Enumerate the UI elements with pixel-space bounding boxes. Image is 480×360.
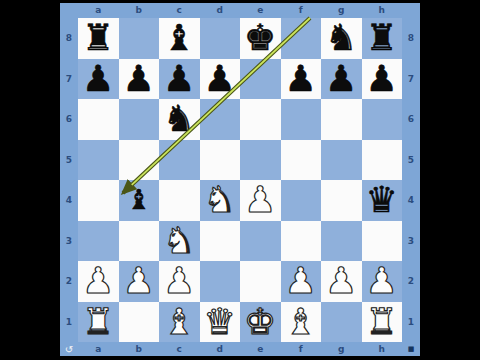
black-pawn[interactable]: ♟	[204, 59, 236, 99]
file-label-g: g	[321, 342, 362, 356]
rank-label-3: 3	[60, 221, 78, 262]
file-label-f: f	[281, 3, 322, 18]
square-c4[interactable]	[159, 180, 200, 221]
file-label-a: a	[78, 342, 119, 356]
rank-label-5: 5	[402, 140, 420, 181]
square-h1[interactable]: ♜	[362, 302, 403, 343]
rank-label-2: 2	[60, 261, 78, 302]
black-knight[interactable]: ♞	[325, 18, 357, 58]
square-h4[interactable]: ♛	[362, 180, 403, 221]
square-d7[interactable]: ♟	[200, 59, 241, 100]
white-pawn[interactable]: ♟	[244, 180, 276, 220]
square-f6[interactable]	[281, 99, 322, 140]
rank-label-7: 7	[60, 59, 78, 100]
file-label-c: c	[159, 342, 200, 356]
black-rook[interactable]: ♜	[366, 18, 398, 58]
square-f8[interactable]	[281, 18, 322, 59]
square-h6[interactable]	[362, 99, 403, 140]
white-pawn[interactable]: ♟	[366, 261, 398, 301]
rank-label-8: 8	[60, 18, 78, 59]
square-g5[interactable]	[321, 140, 362, 181]
rank-label-7: 7	[402, 59, 420, 100]
white-pawn[interactable]: ♟	[325, 261, 357, 301]
square-g3[interactable]	[321, 221, 362, 262]
file-label-c: c	[159, 3, 200, 18]
square-d8[interactable]	[200, 18, 241, 59]
white-knight[interactable]: ♞	[204, 180, 236, 220]
file-label-h: h	[362, 3, 403, 18]
black-knight[interactable]: ♞	[163, 99, 195, 139]
rank-labels-right: 87654321	[402, 18, 420, 342]
square-a3[interactable]	[78, 221, 119, 262]
white-pawn[interactable]: ♟	[82, 261, 114, 301]
letterbox-left	[0, 0, 60, 360]
square-e3[interactable]	[240, 221, 281, 262]
white-pawn[interactable]: ♟	[163, 261, 195, 301]
square-a2[interactable]: ♟	[78, 261, 119, 302]
square-b3[interactable]	[119, 221, 160, 262]
file-label-h: h	[362, 342, 403, 356]
square-a4[interactable]	[78, 180, 119, 221]
square-f7[interactable]: ♟	[281, 59, 322, 100]
rank-label-8: 8	[402, 18, 420, 59]
square-g7[interactable]: ♟	[321, 59, 362, 100]
black-queen[interactable]: ♛	[366, 180, 398, 220]
square-h7[interactable]: ♟	[362, 59, 403, 100]
square-d1[interactable]: ♛	[200, 302, 241, 343]
square-c1[interactable]: ♝	[159, 302, 200, 343]
square-g1[interactable]	[321, 302, 362, 343]
white-rook[interactable]: ♜	[82, 302, 114, 342]
square-f5[interactable]	[281, 140, 322, 181]
square-e2[interactable]	[240, 261, 281, 302]
file-labels-bottom: abcdefgh	[78, 342, 402, 356]
file-labels-top: abcdefgh	[78, 3, 402, 18]
chess-board-area: abcdefgh abcdefgh 87654321 87654321 ♜♝♚♞…	[60, 0, 420, 360]
square-c3[interactable]: ♞	[159, 221, 200, 262]
square-c6[interactable]: ♞	[159, 99, 200, 140]
square-b1[interactable]	[119, 302, 160, 343]
rank-label-3: 3	[402, 221, 420, 262]
file-label-a: a	[78, 3, 119, 18]
square-e4[interactable]: ♟	[240, 180, 281, 221]
board-menu-icon[interactable]: ■	[402, 342, 420, 356]
square-b7[interactable]: ♟	[119, 59, 160, 100]
square-b8[interactable]	[119, 18, 160, 59]
square-d4[interactable]: ♞	[200, 180, 241, 221]
square-e6[interactable]	[240, 99, 281, 140]
square-a8[interactable]: ♜	[78, 18, 119, 59]
white-bishop[interactable]: ♝	[285, 302, 317, 342]
black-pawn[interactable]: ♟	[285, 59, 317, 99]
black-pawn[interactable]: ♟	[123, 59, 155, 99]
letterbox-right	[420, 0, 480, 360]
square-c5[interactable]	[159, 140, 200, 181]
white-king[interactable]: ♚	[244, 302, 276, 342]
square-f3[interactable]	[281, 221, 322, 262]
black-pawn[interactable]: ♟	[366, 59, 398, 99]
white-pawn[interactable]: ♟	[285, 261, 317, 301]
square-h5[interactable]	[362, 140, 403, 181]
square-g2[interactable]: ♟	[321, 261, 362, 302]
chess-board: ♜♝♚♞♜♟♟♟♟♟♟♟♞♝♞♟♛♞♟♟♟♟♟♟♜♝♛♚♝♜	[78, 18, 402, 342]
rank-label-4: 4	[60, 180, 78, 221]
rank-label-1: 1	[60, 302, 78, 343]
square-g8[interactable]: ♞	[321, 18, 362, 59]
file-label-d: d	[200, 3, 241, 18]
white-bishop[interactable]: ♝	[163, 302, 195, 342]
square-c7[interactable]: ♟	[159, 59, 200, 100]
square-h3[interactable]	[362, 221, 403, 262]
white-knight[interactable]: ♞	[163, 221, 195, 261]
rank-label-6: 6	[60, 99, 78, 140]
square-c8[interactable]: ♝	[159, 18, 200, 59]
square-e1[interactable]: ♚	[240, 302, 281, 343]
square-h2[interactable]: ♟	[362, 261, 403, 302]
rank-label-5: 5	[60, 140, 78, 181]
black-king[interactable]: ♚	[244, 18, 276, 58]
square-b4[interactable]: ♝	[119, 180, 160, 221]
square-f4[interactable]	[281, 180, 322, 221]
file-label-g: g	[321, 3, 362, 18]
file-label-b: b	[119, 342, 160, 356]
white-pawn[interactable]: ♟	[123, 261, 155, 301]
square-a1[interactable]: ♜	[78, 302, 119, 343]
square-g6[interactable]	[321, 99, 362, 140]
square-e7[interactable]	[240, 59, 281, 100]
black-rook[interactable]: ♜	[82, 18, 114, 58]
square-a7[interactable]: ♟	[78, 59, 119, 100]
square-c2[interactable]: ♟	[159, 261, 200, 302]
white-rook[interactable]: ♜	[366, 302, 398, 342]
black-pawn[interactable]: ♟	[82, 59, 114, 99]
black-pawn[interactable]: ♟	[325, 59, 357, 99]
black-bishop[interactable]: ♝	[127, 185, 151, 215]
black-bishop[interactable]: ♝	[163, 18, 195, 58]
square-d6[interactable]	[200, 99, 241, 140]
square-d3[interactable]	[200, 221, 241, 262]
square-b2[interactable]: ♟	[119, 261, 160, 302]
square-f1[interactable]: ♝	[281, 302, 322, 343]
square-d2[interactable]	[200, 261, 241, 302]
video-frame: abcdefgh abcdefgh 87654321 87654321 ♜♝♚♞…	[0, 0, 480, 360]
white-queen[interactable]: ♛	[204, 302, 236, 342]
rank-labels-left: 87654321	[60, 18, 78, 342]
file-label-b: b	[119, 3, 160, 18]
file-label-e: e	[240, 3, 281, 18]
black-pawn[interactable]: ♟	[163, 59, 195, 99]
rank-label-1: 1	[402, 302, 420, 343]
square-h8[interactable]: ♜	[362, 18, 403, 59]
square-a5[interactable]	[78, 140, 119, 181]
square-b6[interactable]	[119, 99, 160, 140]
file-label-d: d	[200, 342, 241, 356]
square-g4[interactable]	[321, 180, 362, 221]
file-label-f: f	[281, 342, 322, 356]
square-b5[interactable]	[119, 140, 160, 181]
board-frame: abcdefgh abcdefgh 87654321 87654321 ♜♝♚♞…	[60, 3, 420, 356]
square-e8[interactable]: ♚	[240, 18, 281, 59]
file-label-e: e	[240, 342, 281, 356]
flip-board-icon[interactable]: ↺	[60, 342, 78, 356]
square-f2[interactable]: ♟	[281, 261, 322, 302]
square-a6[interactable]	[78, 99, 119, 140]
rank-label-2: 2	[402, 261, 420, 302]
square-d5[interactable]	[200, 140, 241, 181]
rank-label-6: 6	[402, 99, 420, 140]
square-e5[interactable]	[240, 140, 281, 181]
rank-label-4: 4	[402, 180, 420, 221]
